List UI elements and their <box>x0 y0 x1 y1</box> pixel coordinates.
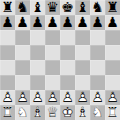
square-f8[interactable]: ♝ <box>75 0 90 15</box>
square-b6[interactable] <box>15 30 30 45</box>
white-pawn-icon: ♙ <box>61 90 74 105</box>
piece-black-queen-d8[interactable]: ♛ <box>45 0 60 15</box>
white-rook-icon: ♖ <box>1 105 14 120</box>
square-f6[interactable] <box>75 30 90 45</box>
square-a4[interactable] <box>0 60 15 75</box>
piece-black-pawn-h7[interactable]: ♟ <box>105 15 120 30</box>
square-f3[interactable] <box>75 75 90 90</box>
piece-white-pawn-f2[interactable]: ♟♙ <box>75 90 90 105</box>
square-g2[interactable]: ♟♙ <box>90 90 105 105</box>
piece-black-pawn-b7[interactable]: ♟ <box>15 15 30 30</box>
square-b7[interactable]: ♟ <box>15 15 30 30</box>
white-bishop-icon: ♗ <box>31 105 44 120</box>
square-h6[interactable] <box>105 30 120 45</box>
piece-white-queen-d1[interactable]: ♛♕ <box>45 105 60 120</box>
square-c7[interactable]: ♟ <box>30 15 45 30</box>
square-d4[interactable] <box>45 60 60 75</box>
piece-white-bishop-f1[interactable]: ♝♗ <box>75 105 90 120</box>
white-pawn-icon: ♙ <box>31 90 44 105</box>
piece-black-knight-b8[interactable]: ♞ <box>15 0 30 15</box>
white-pawn-icon: ♙ <box>106 90 119 105</box>
piece-white-pawn-d2[interactable]: ♟♙ <box>45 90 60 105</box>
piece-white-pawn-h2[interactable]: ♟♙ <box>105 90 120 105</box>
piece-black-rook-a8[interactable]: ♜ <box>0 0 15 15</box>
white-rook-icon: ♖ <box>106 105 119 120</box>
square-c3[interactable] <box>30 75 45 90</box>
square-d3[interactable] <box>45 75 60 90</box>
square-f4[interactable] <box>75 60 90 75</box>
white-queen-icon: ♕ <box>46 105 59 120</box>
chess-board: ♜♞♝♛♚♝♞♜♟♟♟♟♟♟♟♟♟♙♟♙♟♙♟♙♟♙♟♙♟♙♟♙♜♖♞♘♝♗♛♕… <box>0 0 120 120</box>
black-pawn-icon: ♟ <box>16 15 29 30</box>
black-bishop-icon: ♝ <box>76 0 89 15</box>
white-pawn-icon: ♙ <box>16 90 29 105</box>
square-c5[interactable] <box>30 45 45 60</box>
piece-white-pawn-b2[interactable]: ♟♙ <box>15 90 30 105</box>
square-h5[interactable] <box>105 45 120 60</box>
square-h1[interactable]: ♜♖ <box>105 105 120 120</box>
black-pawn-icon: ♟ <box>1 15 14 30</box>
square-c1[interactable]: ♝♗ <box>30 105 45 120</box>
black-pawn-icon: ♟ <box>61 15 74 30</box>
piece-black-rook-h8[interactable]: ♜ <box>105 0 120 15</box>
square-e3[interactable] <box>60 75 75 90</box>
square-f2[interactable]: ♟♙ <box>75 90 90 105</box>
black-pawn-icon: ♟ <box>91 15 104 30</box>
square-h4[interactable] <box>105 60 120 75</box>
square-a5[interactable] <box>0 45 15 60</box>
square-d7[interactable]: ♟ <box>45 15 60 30</box>
square-g4[interactable] <box>90 60 105 75</box>
square-g6[interactable] <box>90 30 105 45</box>
square-f5[interactable] <box>75 45 90 60</box>
piece-black-pawn-g7[interactable]: ♟ <box>90 15 105 30</box>
square-d8[interactable]: ♛ <box>45 0 60 15</box>
black-knight-icon: ♞ <box>91 0 104 15</box>
white-knight-icon: ♘ <box>91 105 104 120</box>
square-g8[interactable]: ♞ <box>90 0 105 15</box>
square-e1[interactable]: ♚♔ <box>60 105 75 120</box>
square-b5[interactable] <box>15 45 30 60</box>
piece-black-knight-g8[interactable]: ♞ <box>90 0 105 15</box>
piece-white-knight-b1[interactable]: ♞♘ <box>15 105 30 120</box>
square-b4[interactable] <box>15 60 30 75</box>
square-h7[interactable]: ♟ <box>105 15 120 30</box>
piece-black-pawn-e7[interactable]: ♟ <box>60 15 75 30</box>
black-rook-icon: ♜ <box>1 0 14 15</box>
square-g7[interactable]: ♟ <box>90 15 105 30</box>
square-c4[interactable] <box>30 60 45 75</box>
piece-white-pawn-a2[interactable]: ♟♙ <box>0 90 15 105</box>
piece-white-pawn-c2[interactable]: ♟♙ <box>30 90 45 105</box>
black-queen-icon: ♛ <box>46 0 59 15</box>
square-b2[interactable]: ♟♙ <box>15 90 30 105</box>
square-e2[interactable]: ♟♙ <box>60 90 75 105</box>
square-e8[interactable]: ♚ <box>60 0 75 15</box>
black-knight-icon: ♞ <box>16 0 29 15</box>
square-c6[interactable] <box>30 30 45 45</box>
square-e6[interactable] <box>60 30 75 45</box>
piece-white-king-e1[interactable]: ♚♔ <box>60 105 75 120</box>
piece-black-pawn-c7[interactable]: ♟ <box>30 15 45 30</box>
piece-black-pawn-d7[interactable]: ♟ <box>45 15 60 30</box>
white-pawn-icon: ♙ <box>76 90 89 105</box>
black-pawn-icon: ♟ <box>76 15 89 30</box>
square-f1[interactable]: ♝♗ <box>75 105 90 120</box>
black-king-icon: ♚ <box>61 0 74 15</box>
square-g5[interactable] <box>90 45 105 60</box>
square-b8[interactable]: ♞ <box>15 0 30 15</box>
piece-white-knight-g1[interactable]: ♞♘ <box>90 105 105 120</box>
piece-white-pawn-e2[interactable]: ♟♙ <box>60 90 75 105</box>
black-pawn-icon: ♟ <box>46 15 59 30</box>
white-knight-icon: ♘ <box>16 105 29 120</box>
square-d1[interactable]: ♛♕ <box>45 105 60 120</box>
square-d5[interactable] <box>45 45 60 60</box>
piece-black-pawn-a7[interactable]: ♟ <box>0 15 15 30</box>
piece-white-rook-a1[interactable]: ♜♖ <box>0 105 15 120</box>
white-pawn-icon: ♙ <box>1 90 14 105</box>
square-c2[interactable]: ♟♙ <box>30 90 45 105</box>
piece-black-bishop-f8[interactable]: ♝ <box>75 0 90 15</box>
piece-white-bishop-c1[interactable]: ♝♗ <box>30 105 45 120</box>
square-b1[interactable]: ♞♘ <box>15 105 30 120</box>
square-h8[interactable]: ♜ <box>105 0 120 15</box>
piece-black-bishop-c8[interactable]: ♝ <box>30 0 45 15</box>
square-e5[interactable] <box>60 45 75 60</box>
white-king-icon: ♔ <box>61 105 74 120</box>
square-c8[interactable]: ♝ <box>30 0 45 15</box>
square-f7[interactable]: ♟ <box>75 15 90 30</box>
piece-black-pawn-f7[interactable]: ♟ <box>75 15 90 30</box>
square-a1[interactable]: ♜♖ <box>0 105 15 120</box>
square-e4[interactable] <box>60 60 75 75</box>
white-pawn-icon: ♙ <box>46 90 59 105</box>
square-h3[interactable] <box>105 75 120 90</box>
piece-black-king-e8[interactable]: ♚ <box>60 0 75 15</box>
black-pawn-icon: ♟ <box>106 15 119 30</box>
square-d6[interactable] <box>45 30 60 45</box>
square-e7[interactable]: ♟ <box>60 15 75 30</box>
black-bishop-icon: ♝ <box>31 0 44 15</box>
square-a7[interactable]: ♟ <box>0 15 15 30</box>
square-b3[interactable] <box>15 75 30 90</box>
piece-white-rook-h1[interactable]: ♜♖ <box>105 105 120 120</box>
square-g1[interactable]: ♞♘ <box>90 105 105 120</box>
square-a8[interactable]: ♜ <box>0 0 15 15</box>
black-rook-icon: ♜ <box>106 0 119 15</box>
square-d2[interactable]: ♟♙ <box>45 90 60 105</box>
square-a3[interactable] <box>0 75 15 90</box>
white-bishop-icon: ♗ <box>76 105 89 120</box>
square-h2[interactable]: ♟♙ <box>105 90 120 105</box>
black-pawn-icon: ♟ <box>31 15 44 30</box>
piece-white-pawn-g2[interactable]: ♟♙ <box>90 90 105 105</box>
square-a2[interactable]: ♟♙ <box>0 90 15 105</box>
white-pawn-icon: ♙ <box>91 90 104 105</box>
square-g3[interactable] <box>90 75 105 90</box>
square-a6[interactable] <box>0 30 15 45</box>
